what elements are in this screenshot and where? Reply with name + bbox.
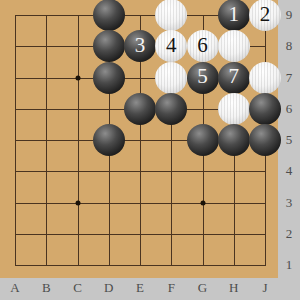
column-label-a: A: [10, 280, 19, 296]
black-stone-d7: [93, 62, 125, 94]
black-stone-j5: [249, 124, 281, 156]
black-stone-d5: [93, 124, 125, 156]
hoshi-point-g3: [200, 200, 205, 205]
white-stone-h8: [218, 30, 250, 62]
move-number-5: 5: [197, 66, 208, 87]
row-label-4: 4: [286, 163, 293, 179]
grid-line-horizontal: [15, 234, 266, 235]
white-stone-f8: 4: [155, 30, 187, 62]
grid-line-horizontal: [15, 265, 266, 266]
black-stone-h9: 1: [218, 0, 250, 31]
white-stone-j7: [249, 62, 281, 94]
black-stone-g7: 5: [187, 62, 219, 94]
column-label-f: F: [168, 280, 175, 296]
grid-line-horizontal: [15, 203, 266, 204]
column-label-j: J: [262, 280, 267, 296]
row-label-2: 2: [286, 226, 293, 242]
black-stone-d9: [93, 0, 125, 31]
move-number-1: 1: [229, 4, 240, 25]
column-label-g: G: [198, 280, 207, 296]
row-label-8: 8: [286, 38, 293, 54]
row-label-9: 9: [286, 7, 293, 23]
hoshi-point-c7: [75, 75, 80, 80]
black-stone-j6: [249, 93, 281, 125]
column-label-b: B: [42, 280, 51, 296]
move-number-7: 7: [229, 66, 240, 87]
row-label-1: 1: [286, 257, 293, 273]
column-label-d: D: [104, 280, 113, 296]
go-board[interactable]: 1234657: [0, 0, 278, 278]
black-stone-f6: [155, 93, 187, 125]
column-label-h: H: [229, 280, 238, 296]
white-stone-f9: [155, 0, 187, 31]
white-stone-j9: 2: [249, 0, 281, 31]
black-stone-h7: 7: [218, 62, 250, 94]
column-label-e: E: [136, 280, 144, 296]
move-number-2: 2: [260, 4, 271, 25]
move-number-6: 6: [197, 35, 208, 56]
black-stone-d8: [93, 30, 125, 62]
black-stone-h5: [218, 124, 250, 156]
white-stone-h6: [218, 93, 250, 125]
white-stone-g8: 6: [187, 30, 219, 62]
hoshi-point-c3: [75, 200, 80, 205]
row-label-7: 7: [286, 70, 293, 86]
black-stone-e6: [124, 93, 156, 125]
white-stone-f7: [155, 62, 187, 94]
move-number-4: 4: [166, 35, 177, 56]
black-stone-g5: [187, 124, 219, 156]
grid-line-horizontal: [15, 171, 266, 172]
column-label-c: C: [73, 280, 82, 296]
row-label-5: 5: [286, 132, 293, 148]
row-label-3: 3: [286, 195, 293, 211]
move-number-3: 3: [135, 35, 146, 56]
go-diagram-screen: 1234657 ABCDEFGHJ987654321: [0, 0, 300, 300]
row-label-6: 6: [286, 101, 293, 117]
black-stone-e8: 3: [124, 30, 156, 62]
